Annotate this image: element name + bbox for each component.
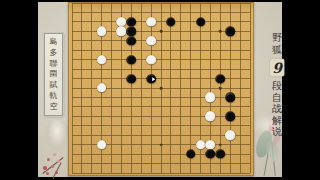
grid-line-horizontal [72, 163, 250, 164]
plum-blossom [51, 165, 54, 168]
stone-glyph: ● [216, 150, 224, 159]
black-stone: ● [127, 55, 137, 64]
caption-char: 战 [272, 103, 282, 115]
black-stone: ● [225, 112, 235, 121]
white-stone: ● [146, 36, 156, 45]
go-board-grid: ●●●●●●●●●●●●●●●●●●●●●●●●●●●●● [72, 3, 250, 173]
black-stone: ● [225, 93, 235, 102]
black-stone: ● [186, 149, 196, 158]
white-stone: ● [97, 55, 107, 64]
stone-glyph: ● [147, 36, 155, 45]
star-point [160, 143, 163, 146]
plum-blossom [55, 171, 58, 174]
plaque-char: 軌 [50, 92, 58, 100]
right-caption: 野狐9 段自战解说 [267, 32, 287, 138]
white-stone: ● [206, 93, 216, 102]
star-point [219, 30, 222, 33]
grid-line-vertical [170, 3, 171, 173]
white-stone: ● [206, 140, 216, 149]
black-stone: ● [206, 149, 216, 158]
caption-char: 段 [272, 80, 282, 92]
stone-glyph: ● [216, 74, 224, 83]
go-board: ●●●●●●●●●●●●●●●●●●●●●●●●●●●●● [68, 2, 254, 176]
caption-char: 狐 [272, 44, 282, 56]
grid-line-vertical [240, 3, 241, 173]
black-stone: ● [127, 17, 137, 26]
plaque-char: 賦 [50, 81, 58, 89]
plaque-char: 聯 [50, 60, 58, 68]
black-stone: ● [196, 17, 206, 26]
caption-char: 解 [272, 115, 282, 127]
stone-glyph: ● [118, 17, 126, 26]
grid-line-vertical [250, 3, 251, 173]
stone-glyph: ● [127, 36, 135, 45]
stone-glyph: ● [167, 17, 175, 26]
white-stone: ● [117, 17, 127, 26]
stone-glyph: ● [147, 55, 155, 64]
stone-glyph: ● [127, 27, 135, 36]
white-stone: ● [97, 140, 107, 149]
stone-glyph: ● [226, 131, 234, 140]
grid-line-horizontal [72, 125, 250, 126]
rank-badge: 9 [270, 59, 284, 76]
caption-char: 野 [272, 32, 282, 44]
caption-char: 自 [272, 92, 282, 104]
stone-glyph: ● [147, 17, 155, 26]
stone-glyph: ● [207, 93, 215, 102]
plum-blossom [57, 160, 60, 163]
plum-blossom [53, 153, 56, 156]
star-point [219, 143, 222, 146]
black-stone: ● [216, 149, 226, 158]
grid-line-vertical [190, 3, 191, 173]
stone-glyph: ● [197, 140, 205, 149]
stone-glyph: ● [207, 112, 215, 121]
stone-glyph: ● [127, 55, 135, 64]
caption-char: 说 [272, 126, 282, 138]
plaque-char: 島 [50, 38, 58, 46]
stone-glyph: ● [98, 83, 106, 92]
white-stone: ● [146, 17, 156, 26]
left-plaque: 島多聯圍賦軌空 [44, 33, 63, 116]
stone-glyph: ● [197, 17, 205, 26]
grid-line-horizontal [72, 116, 250, 117]
star-point [219, 87, 222, 90]
star-point [160, 30, 163, 33]
white-stone: ● [206, 112, 216, 121]
stone-glyph: ● [98, 140, 106, 149]
plum-blossom [43, 166, 47, 170]
stone-glyph: ● [98, 27, 106, 36]
plum-blossom [46, 172, 49, 175]
black-stone: ● [225, 27, 235, 36]
grid-line-horizontal [72, 173, 250, 174]
white-stone: ● [97, 83, 107, 92]
grid-line-horizontal [72, 106, 250, 107]
white-stone: ● [117, 27, 127, 36]
star-point [160, 87, 163, 90]
stone-glyph: ● [187, 150, 195, 159]
stone-glyph: ● [127, 74, 135, 83]
black-stone: ● [146, 74, 156, 83]
black-stone: ● [127, 36, 137, 45]
stone-glyph: ● [118, 27, 126, 36]
white-stone: ● [97, 27, 107, 36]
black-stone: ● [216, 74, 226, 83]
black-stone: ● [127, 27, 137, 36]
black-stone: ● [127, 74, 137, 83]
grid-line-horizontal [72, 97, 250, 98]
stone-glyph: ● [127, 17, 135, 26]
stone-glyph: ● [226, 27, 234, 36]
white-stone: ● [146, 55, 156, 64]
content-area: 島多聯圍賦軌空 ●●●●●●●●●●●●●●●●●●●●●●●●●●●●● 野狐… [38, 2, 282, 177]
stone-glyph: ● [207, 150, 215, 159]
stone-glyph: ● [226, 112, 234, 121]
plaque-char: 圍 [50, 70, 58, 78]
last-move-triangle-marker [152, 77, 155, 81]
plaque-char: 多 [50, 49, 58, 57]
white-stone: ● [225, 131, 235, 140]
plum-blossom [47, 158, 50, 161]
white-stone: ● [196, 140, 206, 149]
grid-line-horizontal [72, 135, 250, 136]
stone-glyph: ● [226, 93, 234, 102]
video-frame: { "game": "go", "board": { "size": 19, "… [0, 0, 320, 180]
stone-glyph: ● [98, 55, 106, 64]
plaque-char: 空 [50, 103, 58, 111]
black-stone: ● [166, 17, 176, 26]
stone-glyph: ● [207, 140, 215, 149]
grid-line-vertical [180, 3, 181, 173]
